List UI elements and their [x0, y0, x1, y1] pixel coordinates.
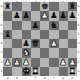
square-a8[interactable]: ♜: [3, 2, 12, 11]
square-a7[interactable]: [3, 11, 12, 20]
coord-label-d: d: [31, 76, 40, 80]
square-c7[interactable]: ♟: [22, 11, 31, 20]
square-d3[interactable]: [31, 48, 40, 57]
square-g5[interactable]: [59, 30, 68, 39]
coord-label-8: 8: [77, 2, 80, 11]
square-e7[interactable]: ♟: [40, 11, 49, 20]
white-rook[interactable]: ♜: [69, 67, 77, 76]
square-a1[interactable]: [3, 67, 12, 76]
square-a4[interactable]: [3, 39, 12, 48]
square-f4[interactable]: ♟: [49, 39, 58, 48]
square-d6[interactable]: ♟: [31, 21, 40, 30]
rank-labels-right: 87654321: [77, 2, 80, 76]
white-pawn[interactable]: ♟: [41, 11, 49, 20]
square-e6[interactable]: [40, 21, 49, 30]
white-pawn[interactable]: ♟: [50, 39, 58, 48]
black-knight[interactable]: ♞: [50, 21, 58, 30]
square-a5[interactable]: ♝: [3, 30, 12, 39]
file-labels-bottom: abcdefgh: [3, 76, 77, 80]
square-a2[interactable]: ♟: [3, 58, 12, 67]
coord-label-7: 7: [77, 11, 80, 20]
square-h7[interactable]: ♟: [68, 11, 77, 20]
square-b7[interactable]: ♟: [12, 11, 21, 20]
square-f3[interactable]: [49, 48, 58, 57]
square-b6[interactable]: [12, 21, 21, 30]
black-rook[interactable]: ♜: [4, 2, 12, 11]
square-e5[interactable]: [40, 30, 49, 39]
black-pawn[interactable]: ♟: [22, 11, 30, 20]
white-pawn[interactable]: ♟: [59, 58, 67, 67]
square-b4[interactable]: [12, 39, 21, 48]
coord-label-f: f: [49, 76, 58, 80]
coord-label-b: b: [12, 76, 21, 80]
square-f1[interactable]: [49, 67, 58, 76]
square-h6[interactable]: [68, 21, 77, 30]
black-pawn[interactable]: ♟: [69, 11, 77, 20]
square-g4[interactable]: [59, 39, 68, 48]
square-f6[interactable]: ♞: [49, 21, 58, 30]
square-g7[interactable]: ♟: [59, 11, 68, 20]
square-g6[interactable]: [59, 21, 68, 30]
square-h4[interactable]: [68, 39, 77, 48]
white-pawn[interactable]: ♟: [13, 58, 21, 67]
square-b1[interactable]: [12, 67, 21, 76]
square-h5[interactable]: [68, 30, 77, 39]
coord-label-6: 6: [77, 21, 80, 30]
square-g1[interactable]: [59, 67, 68, 76]
black-pawn[interactable]: ♟: [32, 21, 40, 30]
coord-label-5: 5: [77, 30, 80, 39]
black-pawn[interactable]: ♟: [59, 11, 67, 20]
coord-label-c: c: [22, 76, 31, 80]
square-d8[interactable]: [31, 2, 40, 11]
black-pawn[interactable]: ♟: [13, 11, 21, 20]
coord-label-e: e: [40, 76, 49, 80]
coord-label-3: 3: [77, 48, 80, 57]
square-d4[interactable]: ♛: [31, 39, 40, 48]
white-king[interactable]: ♚: [22, 67, 30, 76]
square-h1[interactable]: ♜: [68, 67, 77, 76]
square-d1[interactable]: ♜: [31, 67, 40, 76]
square-b2[interactable]: ♟: [12, 58, 21, 67]
square-e1[interactable]: [40, 67, 49, 76]
white-pawn[interactable]: ♟: [4, 58, 12, 67]
square-e4[interactable]: [40, 39, 49, 48]
coord-label-h: h: [68, 76, 77, 80]
white-rook[interactable]: ♜: [32, 67, 40, 76]
square-e2[interactable]: [40, 58, 49, 67]
square-b5[interactable]: [12, 30, 21, 39]
coord-label-g: g: [59, 76, 68, 80]
chess-board: ♜♚♜♟♟♟♟♟♟♟♞♝♟♛♟♞♟♟♟♟♟♚♜♜: [3, 2, 77, 76]
black-bishop[interactable]: ♝: [4, 30, 12, 39]
square-c6[interactable]: [22, 21, 31, 30]
coord-label-4: 4: [77, 39, 80, 48]
white-queen[interactable]: ♛: [32, 39, 40, 48]
coord-label-1: 1: [77, 67, 80, 76]
square-e3[interactable]: [40, 48, 49, 57]
square-f2[interactable]: [49, 58, 58, 67]
square-g2[interactable]: ♟: [59, 58, 68, 67]
square-c1[interactable]: ♚: [22, 67, 31, 76]
chess-diagram: abcdefgh 87654321 ♜♚♜♟♟♟♟♟♟♟♞♝♟♛♟♞♟♟♟♟♟♚…: [0, 0, 80, 80]
coord-label-2: 2: [77, 58, 80, 67]
coord-label-a: a: [3, 76, 12, 80]
